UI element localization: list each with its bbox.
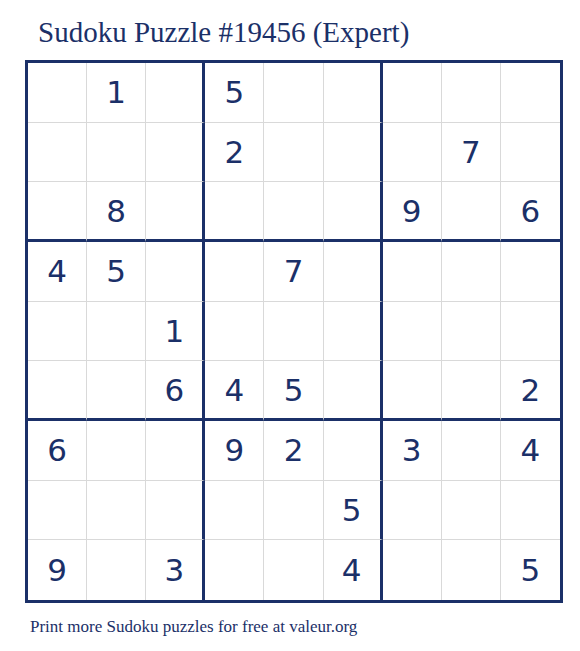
cell-r9c4-empty [205,540,264,600]
cell-r2c3-empty [146,123,205,183]
cell-r3c2-given-8: 8 [87,182,146,242]
cell-r4c5-given-7: 7 [264,242,323,302]
cell-r1c7-empty [383,63,442,123]
cell-r6c9-given-2: 2 [501,361,560,421]
cell-r2c1-empty [28,123,87,183]
cell-r7c3-empty [146,421,205,481]
cell-r8c2-empty [87,481,146,541]
cell-r1c9-empty [501,63,560,123]
cell-r9c5-empty [264,540,323,600]
cell-r8c4-empty [205,481,264,541]
cell-r1c5-empty [264,63,323,123]
cell-r9c8-empty [442,540,501,600]
cell-r6c8-empty [442,361,501,421]
cell-r7c5-given-2: 2 [264,421,323,481]
cell-r5c6-empty [324,302,383,362]
cell-r3c9-given-6: 6 [501,182,560,242]
cell-r6c1-empty [28,361,87,421]
cell-r4c9-empty [501,242,560,302]
cell-r2c9-empty [501,123,560,183]
cell-r2c8-given-7: 7 [442,123,501,183]
cell-r6c5-given-5: 5 [264,361,323,421]
cell-r8c3-empty [146,481,205,541]
cell-r3c7-given-9: 9 [383,182,442,242]
cell-r9c9-given-5: 5 [501,540,560,600]
cell-r5c8-empty [442,302,501,362]
cell-r8c7-empty [383,481,442,541]
cell-r4c6-empty [324,242,383,302]
cell-r9c6-given-4: 4 [324,540,383,600]
cell-r4c1-given-4: 4 [28,242,87,302]
cell-r7c4-given-9: 9 [205,421,264,481]
cell-r1c3-empty [146,63,205,123]
cell-r1c8-empty [442,63,501,123]
cell-r6c2-empty [87,361,146,421]
cell-r1c6-empty [324,63,383,123]
cell-r6c3-given-6: 6 [146,361,205,421]
cell-r1c1-empty [28,63,87,123]
cell-r7c1-given-6: 6 [28,421,87,481]
page-title: Sudoku Puzzle #19456 (Expert) [38,14,409,50]
cell-r2c5-empty [264,123,323,183]
cell-r8c8-empty [442,481,501,541]
cell-r8c6-given-5: 5 [324,481,383,541]
cell-r8c5-empty [264,481,323,541]
cell-r1c4-given-5: 5 [205,63,264,123]
cell-r8c1-empty [28,481,87,541]
cell-r7c9-given-4: 4 [501,421,560,481]
cell-r9c2-empty [87,540,146,600]
cell-r3c5-empty [264,182,323,242]
cell-r7c6-empty [324,421,383,481]
cell-r5c5-empty [264,302,323,362]
cell-r6c6-empty [324,361,383,421]
sudoku-board: 1527896457164526923459345 [25,60,563,603]
cell-r5c2-empty [87,302,146,362]
cell-r5c4-empty [205,302,264,362]
cell-r4c4-empty [205,242,264,302]
footer-text: Print more Sudoku puzzles for free at va… [30,617,357,637]
cell-r6c7-empty [383,361,442,421]
cell-r3c8-empty [442,182,501,242]
cell-r3c3-empty [146,182,205,242]
cell-r7c7-given-3: 3 [383,421,442,481]
cell-r4c8-empty [442,242,501,302]
cell-r5c1-empty [28,302,87,362]
cell-r4c3-empty [146,242,205,302]
cell-r3c1-empty [28,182,87,242]
cell-r2c6-empty [324,123,383,183]
cell-r2c7-empty [383,123,442,183]
cell-r3c4-empty [205,182,264,242]
cell-r6c4-given-4: 4 [205,361,264,421]
cell-r4c2-given-5: 5 [87,242,146,302]
cell-r9c1-given-9: 9 [28,540,87,600]
cell-r8c9-empty [501,481,560,541]
cell-r5c7-empty [383,302,442,362]
sudoku-page: Sudoku Puzzle #19456 (Expert) 1527896457… [0,0,580,651]
cell-r9c3-given-3: 3 [146,540,205,600]
cell-r2c2-empty [87,123,146,183]
cell-r4c7-empty [383,242,442,302]
cell-r1c2-given-1: 1 [87,63,146,123]
cell-r5c9-empty [501,302,560,362]
cell-r3c6-empty [324,182,383,242]
cell-r5c3-given-1: 1 [146,302,205,362]
cell-r9c7-empty [383,540,442,600]
cell-r7c2-empty [87,421,146,481]
cell-r7c8-empty [442,421,501,481]
cell-r2c4-given-2: 2 [205,123,264,183]
